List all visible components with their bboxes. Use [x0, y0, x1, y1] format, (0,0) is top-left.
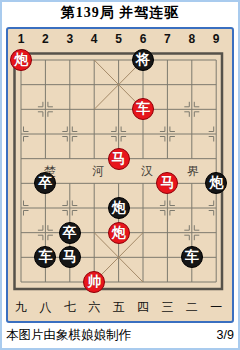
- piece-black-general: 将: [132, 49, 154, 71]
- column-label-bottom-1: 九: [13, 299, 29, 315]
- river-label-2: 河: [90, 164, 106, 178]
- piece-black-cannon-2: 炮: [108, 197, 130, 219]
- piece-red-cannon-1: 炮: [10, 49, 32, 71]
- column-label-top-8: 8: [184, 31, 200, 47]
- credit-text: 本图片由象棋娘娘制作: [6, 327, 131, 344]
- column-label-top-3: 3: [62, 31, 78, 47]
- column-label-bottom-9: 一: [208, 299, 224, 315]
- column-label-top-4: 4: [86, 31, 102, 47]
- column-label-bottom-8: 二: [184, 299, 200, 315]
- xiangqi-board: 123456789九八七六五四三二一楚河汉界炮将车马卒马炮炮卒炮车马车帅: [8, 29, 232, 321]
- column-label-top-2: 2: [37, 31, 53, 47]
- piece-black-soldier-2: 卒: [59, 222, 81, 244]
- page-indicator: 3/9: [217, 328, 234, 342]
- puzzle-image: 第139局 并驾连驱 123456789九八七六五四三二一楚河汉界炮将车马卒马炮…: [0, 0, 240, 350]
- column-label-bottom-7: 三: [159, 299, 175, 315]
- puzzle-title: 第139局 并驾连驱: [2, 3, 238, 23]
- footer: 本图片由象棋娘娘制作 3/9: [2, 324, 238, 346]
- piece-red-horse-1: 马: [108, 148, 130, 170]
- river-label-4: 界: [185, 164, 201, 178]
- column-label-top-9: 9: [208, 31, 224, 47]
- piece-red-cannon-2: 炮: [108, 222, 130, 244]
- piece-black-chariot-2: 车: [181, 246, 203, 268]
- column-label-top-1: 1: [13, 31, 29, 47]
- column-label-bottom-4: 六: [86, 299, 102, 315]
- column-label-bottom-5: 五: [111, 299, 127, 315]
- column-label-bottom-6: 四: [135, 299, 151, 315]
- column-label-top-6: 6: [135, 31, 151, 47]
- board-panel: 123456789九八七六五四三二一楚河汉界炮将车马卒马炮炮卒炮车马车帅: [6, 27, 234, 323]
- column-label-bottom-3: 七: [62, 299, 78, 315]
- piece-black-horse: 马: [59, 246, 81, 268]
- column-label-top-5: 5: [111, 31, 127, 47]
- river-label-3: 汉: [139, 164, 155, 178]
- column-label-top-7: 7: [159, 31, 175, 47]
- column-label-bottom-2: 八: [37, 299, 53, 315]
